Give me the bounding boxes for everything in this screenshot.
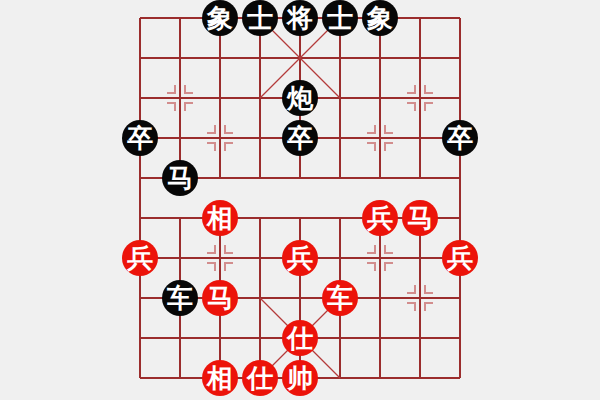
piece-red-chariot[interactable]: 车	[322, 280, 358, 316]
piece-black-advisor[interactable]: 士	[242, 0, 278, 36]
piece-red-soldier[interactable]: 兵	[442, 240, 478, 276]
piece-red-advisor[interactable]: 仕	[282, 320, 318, 356]
piece-black-cannon[interactable]: 炮	[282, 80, 318, 116]
piece-black-chariot[interactable]: 车	[162, 280, 198, 316]
piece-red-soldier[interactable]: 兵	[362, 200, 398, 236]
piece-red-horse[interactable]: 马	[402, 200, 438, 236]
piece-red-elephant[interactable]: 相	[202, 200, 238, 236]
piece-black-soldier[interactable]: 卒	[282, 120, 318, 156]
piece-red-advisor[interactable]: 仕	[242, 360, 278, 396]
piece-black-elephant[interactable]: 象	[202, 0, 238, 36]
piece-black-horse[interactable]: 马	[162, 160, 198, 196]
piece-red-soldier[interactable]: 兵	[282, 240, 318, 276]
piece-red-horse[interactable]: 马	[202, 280, 238, 316]
piece-black-soldier[interactable]: 卒	[122, 120, 158, 156]
piece-red-general[interactable]: 帅	[282, 360, 318, 396]
xiangqi-board: 象士将士象炮卒卒卒马车相兵马兵兵兵马车仕相仕帅	[0, 0, 600, 400]
piece-black-soldier[interactable]: 卒	[442, 120, 478, 156]
piece-red-soldier[interactable]: 兵	[122, 240, 158, 276]
piece-red-elephant[interactable]: 相	[202, 360, 238, 396]
piece-black-advisor[interactable]: 士	[322, 0, 358, 36]
piece-black-elephant[interactable]: 象	[362, 0, 398, 36]
piece-black-general[interactable]: 将	[282, 0, 318, 36]
